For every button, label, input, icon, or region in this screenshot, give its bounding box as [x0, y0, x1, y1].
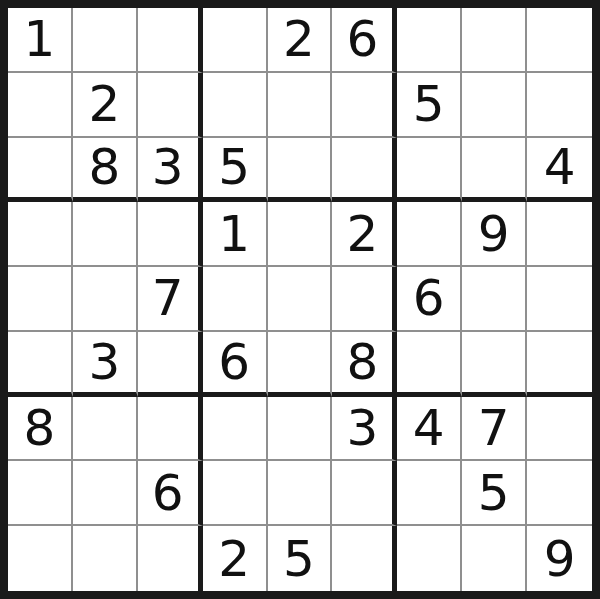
cell-r4c2[interactable]: [73, 202, 138, 267]
cell-r5c3[interactable]: 7: [138, 267, 203, 332]
cell-r1c2[interactable]: [73, 8, 138, 73]
cell-r2c8[interactable]: [462, 73, 527, 138]
cell-r7c5[interactable]: [268, 397, 333, 462]
cell-r7c8[interactable]: 7: [462, 397, 527, 462]
cell-r6c5[interactable]: [268, 332, 333, 397]
cell-r9c6[interactable]: [332, 526, 397, 591]
given-digit: 7: [478, 403, 510, 453]
cell-r9c3[interactable]: [138, 526, 203, 591]
cell-r4c9[interactable]: [527, 202, 592, 267]
cell-r5c2[interactable]: [73, 267, 138, 332]
given-digit: 5: [218, 142, 250, 192]
cell-r6c3[interactable]: [138, 332, 203, 397]
cell-r6c7[interactable]: [397, 332, 462, 397]
cell-r8c5[interactable]: [268, 461, 333, 526]
cell-r1c3[interactable]: [138, 8, 203, 73]
cell-r1c6[interactable]: 6: [332, 8, 397, 73]
cell-r9c8[interactable]: [462, 526, 527, 591]
cell-r9c1[interactable]: [8, 526, 73, 591]
cell-r9c2[interactable]: [73, 526, 138, 591]
cell-r9c5[interactable]: 5: [268, 526, 333, 591]
cell-r8c7[interactable]: [397, 461, 462, 526]
cell-r8c3[interactable]: 6: [138, 461, 203, 526]
cell-r5c1[interactable]: [8, 267, 73, 332]
given-digit: 6: [413, 273, 445, 323]
cell-r1c1[interactable]: 1: [8, 8, 73, 73]
cell-r4c4[interactable]: 1: [203, 202, 268, 267]
cell-r3c7[interactable]: [397, 138, 462, 203]
cell-r2c7[interactable]: 5: [397, 73, 462, 138]
cell-r4c1[interactable]: [8, 202, 73, 267]
cell-r1c4[interactable]: [203, 8, 268, 73]
given-digit: 6: [152, 468, 184, 518]
given-digit: 1: [218, 209, 250, 259]
cell-r5c8[interactable]: [462, 267, 527, 332]
given-digit: 3: [88, 337, 120, 387]
given-digit: 2: [88, 79, 120, 129]
cell-r2c9[interactable]: [527, 73, 592, 138]
cell-r8c8[interactable]: 5: [462, 461, 527, 526]
cell-r2c1[interactable]: [8, 73, 73, 138]
cell-r5c4[interactable]: [203, 267, 268, 332]
given-digit: 6: [346, 14, 378, 64]
cell-r9c9[interactable]: 9: [527, 526, 592, 591]
cell-r4c6[interactable]: 2: [332, 202, 397, 267]
cell-r3c4[interactable]: 5: [203, 138, 268, 203]
cell-r9c7[interactable]: [397, 526, 462, 591]
cell-r9c4[interactable]: 2: [203, 526, 268, 591]
cell-r6c6[interactable]: 8: [332, 332, 397, 397]
given-digit: 4: [413, 403, 445, 453]
cell-r3c9[interactable]: 4: [527, 138, 592, 203]
cell-r5c6[interactable]: [332, 267, 397, 332]
cell-r7c4[interactable]: [203, 397, 268, 462]
given-digit: 2: [283, 14, 315, 64]
cell-r7c6[interactable]: 3: [332, 397, 397, 462]
cell-r1c7[interactable]: [397, 8, 462, 73]
cell-r1c8[interactable]: [462, 8, 527, 73]
cell-r3c6[interactable]: [332, 138, 397, 203]
given-digit: 7: [152, 273, 184, 323]
cell-r4c7[interactable]: [397, 202, 462, 267]
cell-r3c5[interactable]: [268, 138, 333, 203]
given-digit: 5: [283, 534, 315, 584]
cell-r7c2[interactable]: [73, 397, 138, 462]
cell-r6c4[interactable]: 6: [203, 332, 268, 397]
cell-r5c9[interactable]: [527, 267, 592, 332]
cell-r8c9[interactable]: [527, 461, 592, 526]
cell-r3c3[interactable]: 3: [138, 138, 203, 203]
cell-r8c1[interactable]: [8, 461, 73, 526]
cell-r1c5[interactable]: 2: [268, 8, 333, 73]
cell-r4c8[interactable]: 9: [462, 202, 527, 267]
given-digit: 8: [24, 403, 56, 453]
cell-r2c2[interactable]: 2: [73, 73, 138, 138]
cell-r3c2[interactable]: 8: [73, 138, 138, 203]
cell-r7c3[interactable]: [138, 397, 203, 462]
given-digit: 9: [478, 209, 510, 259]
given-digit: 9: [544, 534, 576, 584]
cell-r8c4[interactable]: [203, 461, 268, 526]
given-digit: 3: [152, 142, 184, 192]
cell-r2c5[interactable]: [268, 73, 333, 138]
cell-r4c3[interactable]: [138, 202, 203, 267]
given-digit: 5: [478, 468, 510, 518]
cell-r8c6[interactable]: [332, 461, 397, 526]
given-digit: 1: [24, 14, 56, 64]
cell-r7c9[interactable]: [527, 397, 592, 462]
cell-r8c2[interactable]: [73, 461, 138, 526]
cell-r5c5[interactable]: [268, 267, 333, 332]
cell-r3c1[interactable]: [8, 138, 73, 203]
given-digit: 2: [346, 209, 378, 259]
given-digit: 8: [88, 142, 120, 192]
cell-r6c1[interactable]: [8, 332, 73, 397]
cell-r2c3[interactable]: [138, 73, 203, 138]
cell-r3c8[interactable]: [462, 138, 527, 203]
cell-r6c2[interactable]: 3: [73, 332, 138, 397]
cell-r1c9[interactable]: [527, 8, 592, 73]
cell-r7c7[interactable]: 4: [397, 397, 462, 462]
given-digit: 2: [218, 534, 250, 584]
given-digit: 6: [218, 337, 250, 387]
cell-r6c9[interactable]: [527, 332, 592, 397]
cell-r5c7[interactable]: 6: [397, 267, 462, 332]
cell-r2c6[interactable]: [332, 73, 397, 138]
cell-r7c1[interactable]: 8: [8, 397, 73, 462]
cell-r4c5[interactable]: [268, 202, 333, 267]
given-digit: 3: [346, 403, 378, 453]
given-digit: 8: [346, 337, 378, 387]
given-digit: 4: [544, 142, 576, 192]
cell-r2c4[interactable]: [203, 73, 268, 138]
cell-r6c8[interactable]: [462, 332, 527, 397]
given-digit: 5: [413, 79, 445, 129]
sudoku-board: 12625835412976368834765259: [0, 0, 600, 599]
